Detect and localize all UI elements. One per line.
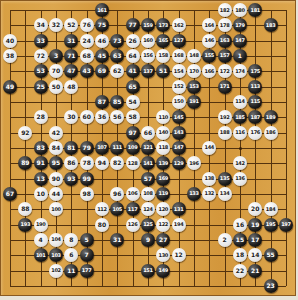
black-stone-77: 77 xyxy=(126,18,140,32)
white-stone-116: 116 xyxy=(233,126,247,140)
black-stone-163: 163 xyxy=(218,34,232,48)
white-stone-40: 40 xyxy=(3,34,17,48)
black-stone-143: 143 xyxy=(172,126,186,140)
white-stone-172: 172 xyxy=(218,64,232,78)
white-stone-146: 146 xyxy=(202,34,216,48)
black-stone-17: 17 xyxy=(248,233,262,247)
white-stone-118: 118 xyxy=(156,141,170,155)
white-stone-10: 10 xyxy=(34,187,48,201)
black-stone-157: 157 xyxy=(218,49,232,63)
white-stone-72: 72 xyxy=(34,49,48,63)
black-stone-85: 85 xyxy=(110,95,124,109)
white-stone-12: 12 xyxy=(172,248,186,262)
black-stone-9: 9 xyxy=(141,233,155,247)
black-stone-107: 107 xyxy=(95,141,109,155)
white-stone-132: 132 xyxy=(202,187,216,201)
white-stone-34: 34 xyxy=(34,18,48,32)
black-stone-129: 129 xyxy=(172,156,186,170)
black-stone-147: 147 xyxy=(172,141,186,155)
black-stone-173: 173 xyxy=(156,18,170,32)
black-stone-25: 25 xyxy=(34,80,48,94)
white-stone-70: 70 xyxy=(49,64,63,78)
white-stone-76: 76 xyxy=(80,18,94,32)
black-stone-99: 99 xyxy=(80,172,94,186)
black-stone-195: 195 xyxy=(264,218,278,232)
white-stone-20: 20 xyxy=(248,202,262,216)
black-stone-181: 181 xyxy=(248,3,262,17)
black-stone-27: 27 xyxy=(156,233,170,247)
black-stone-67: 67 xyxy=(3,187,17,201)
black-stone-91: 91 xyxy=(34,156,48,170)
white-stone-68: 68 xyxy=(80,49,94,63)
black-stone-165: 165 xyxy=(156,34,170,48)
black-stone-153: 153 xyxy=(187,80,201,94)
black-stone-117: 117 xyxy=(126,202,140,216)
white-stone-194: 194 xyxy=(172,218,186,232)
black-stone-175: 175 xyxy=(248,64,262,78)
white-stone-124: 124 xyxy=(141,202,155,216)
black-stone-71: 71 xyxy=(64,49,78,63)
black-stone-15: 15 xyxy=(233,233,247,247)
white-stone-22: 22 xyxy=(233,264,247,278)
white-stone-190: 190 xyxy=(34,218,48,232)
black-stone-55: 55 xyxy=(264,248,278,262)
white-stone-170: 170 xyxy=(187,64,201,78)
white-stone-136: 136 xyxy=(233,172,247,186)
black-stone-131: 131 xyxy=(172,202,186,216)
black-stone-127: 127 xyxy=(172,34,186,48)
go-board: 1611821801813432527675771591731621641781… xyxy=(0,0,296,296)
black-stone-73: 73 xyxy=(110,34,124,48)
white-stone-24: 24 xyxy=(80,34,94,48)
black-stone-43: 43 xyxy=(80,64,94,78)
black-stone-155: 155 xyxy=(202,49,216,63)
white-stone-28: 28 xyxy=(34,110,48,124)
white-stone-18: 18 xyxy=(233,248,247,262)
black-stone-81: 81 xyxy=(64,141,78,155)
black-stone-187: 187 xyxy=(248,110,262,124)
black-stone-75: 75 xyxy=(95,18,109,32)
black-stone-113: 113 xyxy=(248,80,262,94)
white-stone-150: 150 xyxy=(172,95,186,109)
white-stone-160: 160 xyxy=(141,34,155,48)
white-stone-32: 32 xyxy=(49,18,63,32)
black-stone-11: 11 xyxy=(64,264,78,278)
black-stone-145: 145 xyxy=(172,110,186,124)
black-stone-159: 159 xyxy=(141,18,155,32)
black-stone-139: 139 xyxy=(156,156,170,170)
black-stone-137: 137 xyxy=(141,64,155,78)
black-stone-121: 121 xyxy=(141,141,155,155)
black-stone-45: 45 xyxy=(95,49,109,63)
white-stone-104: 104 xyxy=(49,233,63,247)
black-stone-101: 101 xyxy=(34,248,48,262)
black-stone-19: 19 xyxy=(248,218,262,232)
white-stone-166: 166 xyxy=(202,64,216,78)
black-stone-83: 83 xyxy=(34,141,48,155)
black-stone-23: 23 xyxy=(264,279,278,293)
black-stone-103: 103 xyxy=(49,248,63,262)
white-stone-60: 60 xyxy=(80,110,94,124)
white-stone-164: 164 xyxy=(202,18,216,32)
black-stone-41: 41 xyxy=(126,64,140,78)
white-stone-184: 184 xyxy=(264,202,278,216)
white-stone-158: 158 xyxy=(156,49,170,63)
white-stone-88: 88 xyxy=(18,202,32,216)
black-stone-111: 111 xyxy=(110,141,124,155)
white-stone-6: 6 xyxy=(64,248,78,262)
white-stone-2: 2 xyxy=(218,233,232,247)
white-stone-96: 96 xyxy=(110,187,124,201)
black-stone-51: 51 xyxy=(156,64,170,78)
grid-line-v xyxy=(286,10,287,286)
black-stone-179: 179 xyxy=(233,18,247,32)
white-stone-114: 114 xyxy=(233,95,247,109)
white-stone-90: 90 xyxy=(49,172,63,186)
white-stone-122: 122 xyxy=(156,218,170,232)
white-stone-182: 182 xyxy=(218,3,232,17)
black-stone-69: 69 xyxy=(95,64,109,78)
white-stone-92: 92 xyxy=(18,126,32,140)
black-stone-141: 141 xyxy=(141,156,155,170)
black-stone-97: 97 xyxy=(126,126,140,140)
white-stone-46: 46 xyxy=(95,34,109,48)
white-stone-152: 152 xyxy=(172,80,186,94)
black-stone-1: 1 xyxy=(233,49,247,63)
go-kifu-window: 1611821801813432527675771591731621641781… xyxy=(0,0,298,300)
white-stone-16: 16 xyxy=(233,218,247,232)
white-stone-44: 44 xyxy=(49,187,63,201)
black-stone-119: 119 xyxy=(156,187,170,201)
black-stone-65: 65 xyxy=(126,80,140,94)
black-stone-171: 171 xyxy=(218,80,232,94)
black-stone-5: 5 xyxy=(80,233,94,247)
black-stone-135: 135 xyxy=(218,172,232,186)
black-stone-105: 105 xyxy=(110,202,124,216)
black-stone-3: 3 xyxy=(49,49,63,63)
white-stone-14: 14 xyxy=(248,248,262,262)
white-stone-140: 140 xyxy=(156,126,170,140)
white-stone-66: 66 xyxy=(141,126,155,140)
black-stone-89: 89 xyxy=(18,156,32,170)
white-stone-134: 134 xyxy=(218,187,232,201)
white-stone-178: 178 xyxy=(218,18,232,32)
white-stone-192: 192 xyxy=(218,110,232,124)
white-stone-180: 180 xyxy=(233,3,247,17)
black-stone-185: 185 xyxy=(233,110,247,124)
black-stone-95: 95 xyxy=(49,156,63,170)
white-stone-162: 162 xyxy=(172,18,186,32)
black-stone-193: 193 xyxy=(18,218,32,232)
white-stone-26: 26 xyxy=(126,34,140,48)
black-stone-33: 33 xyxy=(34,34,48,48)
black-stone-79: 79 xyxy=(80,141,94,155)
white-stone-50: 50 xyxy=(49,80,63,94)
white-stone-84: 84 xyxy=(49,141,63,155)
white-stone-188: 188 xyxy=(218,126,232,140)
white-stone-102: 102 xyxy=(49,264,63,278)
white-stone-154: 154 xyxy=(172,64,186,78)
white-stone-48: 48 xyxy=(64,80,78,94)
black-stone-189: 189 xyxy=(264,110,278,124)
white-stone-144: 144 xyxy=(202,141,216,155)
white-stone-4: 4 xyxy=(34,233,48,247)
black-stone-147: 147 xyxy=(233,34,247,48)
black-stone-21: 21 xyxy=(248,264,262,278)
white-stone-58: 58 xyxy=(126,110,140,124)
white-stone-120: 120 xyxy=(156,202,170,216)
black-stone-109: 109 xyxy=(126,141,140,155)
white-stone-176: 176 xyxy=(248,126,262,140)
black-stone-31: 31 xyxy=(64,34,78,48)
white-stone-80: 80 xyxy=(95,218,109,232)
white-stone-142: 142 xyxy=(233,156,247,170)
white-stone-42: 42 xyxy=(49,126,63,140)
white-stone-38: 38 xyxy=(3,49,17,63)
black-stone-53: 53 xyxy=(34,64,48,78)
white-stone-8: 8 xyxy=(64,233,78,247)
white-stone-62: 62 xyxy=(110,64,124,78)
black-stone-47: 47 xyxy=(64,64,78,78)
black-stone-191: 191 xyxy=(187,95,201,109)
white-stone-186: 186 xyxy=(264,126,278,140)
white-stone-54: 54 xyxy=(126,95,140,109)
white-stone-36: 36 xyxy=(95,110,109,124)
black-stone-93: 93 xyxy=(64,172,78,186)
white-stone-130: 130 xyxy=(156,248,170,262)
black-stone-13: 13 xyxy=(34,172,48,186)
white-stone-168: 168 xyxy=(172,49,186,63)
white-stone-56: 56 xyxy=(110,110,124,124)
black-stone-133: 133 xyxy=(187,187,201,201)
window-edge-bottom xyxy=(0,296,298,300)
white-stone-148: 148 xyxy=(187,49,201,63)
white-stone-86: 86 xyxy=(64,156,78,170)
white-stone-98: 98 xyxy=(80,187,94,201)
white-stone-30: 30 xyxy=(64,110,78,124)
black-stone-151: 151 xyxy=(141,264,155,278)
white-stone-52: 52 xyxy=(64,18,78,32)
white-stone-78: 78 xyxy=(80,156,94,170)
white-stone-156: 156 xyxy=(141,49,155,63)
white-stone-128: 128 xyxy=(126,156,140,170)
black-stone-31: 31 xyxy=(110,233,124,247)
white-stone-112: 112 xyxy=(95,202,109,216)
white-stone-138: 138 xyxy=(202,172,216,186)
white-stone-126: 126 xyxy=(126,218,140,232)
window-edge-right xyxy=(296,0,298,300)
black-stone-169: 169 xyxy=(156,172,170,186)
white-stone-196: 196 xyxy=(187,156,201,170)
white-stone-108: 108 xyxy=(141,187,155,201)
black-stone-63: 63 xyxy=(110,49,124,63)
white-stone-110: 110 xyxy=(156,110,170,124)
black-stone-57: 57 xyxy=(141,172,155,186)
white-stone-94: 94 xyxy=(95,156,109,170)
black-stone-177: 177 xyxy=(80,264,94,278)
white-stone-82: 82 xyxy=(110,156,124,170)
black-stone-197: 197 xyxy=(279,218,293,232)
white-stone-100: 100 xyxy=(49,202,63,216)
black-stone-183: 183 xyxy=(264,18,278,32)
black-stone-115: 115 xyxy=(248,95,262,109)
white-stone-64: 64 xyxy=(126,49,140,63)
grid-line-v xyxy=(271,10,272,286)
black-stone-49: 49 xyxy=(3,80,17,94)
black-stone-87: 87 xyxy=(95,95,109,109)
black-stone-125: 125 xyxy=(141,218,155,232)
black-stone-161: 161 xyxy=(95,3,109,17)
grid-line-h xyxy=(10,286,286,287)
hoshi-point xyxy=(239,147,242,150)
black-stone-149: 149 xyxy=(156,264,170,278)
white-stone-174: 174 xyxy=(233,64,247,78)
white-stone-106: 106 xyxy=(126,187,140,201)
black-stone-7: 7 xyxy=(80,248,94,262)
